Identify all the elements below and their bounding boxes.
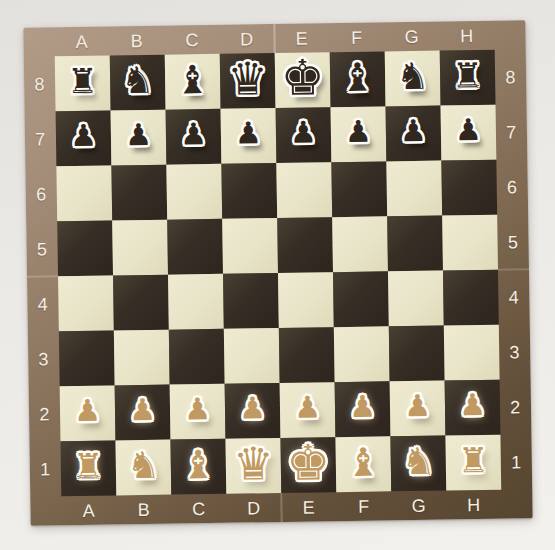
piece-black-pawn-e7[interactable]: ♟ bbox=[290, 117, 317, 147]
square-b8[interactable]: ♞ bbox=[110, 55, 166, 111]
square-c4[interactable] bbox=[168, 274, 224, 330]
square-a7[interactable]: ♟ bbox=[56, 110, 112, 166]
piece-black-pawn-f7[interactable]: ♟ bbox=[345, 117, 372, 147]
rank-label-right-2: 2 bbox=[500, 379, 532, 434]
square-h6[interactable] bbox=[441, 160, 497, 216]
square-d1[interactable]: ♛ bbox=[225, 438, 281, 494]
square-b4[interactable] bbox=[113, 275, 169, 331]
square-c6[interactable] bbox=[166, 164, 222, 220]
square-h2[interactable]: ♟ bbox=[445, 380, 501, 436]
square-g4[interactable] bbox=[388, 271, 444, 327]
piece-white-king-e1[interactable]: ♚ bbox=[286, 438, 331, 488]
square-g7[interactable]: ♟ bbox=[386, 106, 442, 162]
square-d6[interactable] bbox=[221, 163, 277, 219]
rank-label-left-3: 3 bbox=[28, 331, 60, 386]
square-c1[interactable]: ♝ bbox=[170, 439, 226, 495]
square-a3[interactable] bbox=[59, 330, 115, 386]
square-h4[interactable] bbox=[443, 270, 499, 326]
square-h5[interactable] bbox=[442, 215, 498, 271]
square-a8[interactable]: ♜ bbox=[55, 55, 111, 111]
chess-board: ABCDEFGH8♜♞♝♛♚♝♞♜87♟♟♟♟♟♟♟♟7665544332♟♟♟… bbox=[23, 20, 532, 525]
file-label-top-f: F bbox=[329, 22, 384, 52]
square-e2[interactable]: ♟ bbox=[280, 382, 336, 438]
piece-white-bishop-c1[interactable]: ♝ bbox=[181, 444, 217, 484]
square-e8[interactable]: ♚ bbox=[275, 52, 331, 108]
rank-label-left-6: 6 bbox=[25, 166, 57, 221]
square-e6[interactable] bbox=[276, 162, 332, 218]
square-b3[interactable] bbox=[114, 330, 170, 386]
piece-white-pawn-a2[interactable]: ♟ bbox=[74, 396, 101, 426]
piece-black-pawn-h7[interactable]: ♟ bbox=[455, 115, 482, 145]
file-label-bottom-a: A bbox=[61, 495, 116, 525]
square-d7[interactable]: ♟ bbox=[221, 108, 277, 164]
square-h3[interactable] bbox=[444, 325, 500, 381]
square-h1[interactable]: ♜ bbox=[445, 435, 501, 491]
piece-white-bishop-f1[interactable]: ♝ bbox=[346, 442, 382, 482]
piece-white-knight-b1[interactable]: ♞ bbox=[126, 446, 160, 483]
piece-white-pawn-h2[interactable]: ♟ bbox=[459, 390, 486, 420]
square-b5[interactable] bbox=[112, 220, 168, 276]
square-a1[interactable]: ♜ bbox=[60, 440, 116, 496]
file-label-bottom-b: B bbox=[116, 495, 171, 525]
file-label-bottom-g: G bbox=[391, 491, 446, 521]
square-f5[interactable] bbox=[332, 216, 388, 272]
piece-black-bishop-c8[interactable]: ♝ bbox=[175, 59, 211, 99]
piece-black-pawn-c7[interactable]: ♟ bbox=[180, 119, 207, 149]
square-e1[interactable]: ♚ bbox=[280, 437, 336, 493]
square-a5[interactable] bbox=[57, 220, 113, 276]
piece-black-king-e8[interactable]: ♚ bbox=[280, 53, 325, 103]
rank-label-left-5: 5 bbox=[26, 221, 58, 276]
square-e5[interactable] bbox=[277, 217, 333, 273]
border-corner-top-left bbox=[23, 27, 54, 56]
border-corner-bottom-right bbox=[501, 489, 532, 518]
square-a4[interactable] bbox=[58, 275, 114, 331]
square-g5[interactable] bbox=[387, 216, 443, 272]
file-label-top-c: C bbox=[164, 25, 219, 55]
rank-label-left-2: 2 bbox=[29, 386, 61, 441]
piece-black-bishop-f8[interactable]: ♝ bbox=[340, 57, 376, 97]
square-f6[interactable] bbox=[331, 161, 387, 217]
piece-black-knight-g8[interactable]: ♞ bbox=[396, 57, 430, 94]
square-f2[interactable]: ♟ bbox=[335, 381, 391, 437]
piece-white-pawn-d2[interactable]: ♟ bbox=[239, 393, 266, 423]
border-corner-bottom-left bbox=[30, 496, 61, 525]
square-f7[interactable]: ♟ bbox=[331, 106, 387, 162]
piece-black-rook-h8[interactable]: ♜ bbox=[452, 58, 483, 92]
square-c2[interactable]: ♟ bbox=[170, 384, 226, 440]
rank-label-left-8: 8 bbox=[24, 56, 56, 111]
square-c7[interactable]: ♟ bbox=[166, 109, 222, 165]
rank-label-right-3: 3 bbox=[499, 324, 531, 379]
rank-label-right-6: 6 bbox=[496, 159, 528, 214]
square-h7[interactable]: ♟ bbox=[441, 105, 497, 161]
file-label-top-b: B bbox=[109, 26, 164, 56]
rank-label-right-5: 5 bbox=[497, 214, 529, 269]
piece-black-rook-a8[interactable]: ♜ bbox=[67, 64, 98, 98]
rank-label-right-1: 1 bbox=[500, 434, 532, 489]
square-b7[interactable]: ♟ bbox=[111, 110, 167, 166]
file-label-top-a: A bbox=[54, 26, 109, 56]
piece-black-pawn-g7[interactable]: ♟ bbox=[400, 116, 427, 146]
piece-white-knight-g1[interactable]: ♞ bbox=[401, 442, 435, 479]
square-c8[interactable]: ♝ bbox=[165, 54, 221, 110]
square-e7[interactable]: ♟ bbox=[276, 107, 332, 163]
square-e4[interactable] bbox=[278, 272, 334, 328]
piece-white-pawn-b2[interactable]: ♟ bbox=[129, 395, 156, 425]
rank-label-left-7: 7 bbox=[25, 111, 57, 166]
piece-white-pawn-g2[interactable]: ♟ bbox=[404, 391, 431, 421]
piece-black-pawn-b7[interactable]: ♟ bbox=[125, 120, 152, 150]
square-g6[interactable] bbox=[386, 161, 442, 217]
square-d2[interactable]: ♟ bbox=[225, 383, 281, 439]
piece-white-pawn-c2[interactable]: ♟ bbox=[184, 394, 211, 424]
square-g3[interactable] bbox=[389, 326, 445, 382]
square-b2[interactable]: ♟ bbox=[115, 385, 171, 441]
rank-label-right-7: 7 bbox=[496, 104, 528, 159]
square-c5[interactable] bbox=[167, 219, 223, 275]
square-f3[interactable] bbox=[334, 326, 390, 382]
file-label-top-h: H bbox=[439, 21, 494, 51]
square-h8[interactable]: ♜ bbox=[440, 50, 496, 106]
piece-black-pawn-d7[interactable]: ♟ bbox=[235, 118, 262, 148]
square-g2[interactable]: ♟ bbox=[390, 381, 446, 437]
square-d5[interactable] bbox=[222, 218, 278, 274]
square-a6[interactable] bbox=[56, 165, 112, 221]
file-label-top-d: D bbox=[219, 24, 274, 54]
piece-black-knight-b8[interactable]: ♞ bbox=[121, 61, 155, 98]
piece-white-rook-h1[interactable]: ♜ bbox=[458, 443, 489, 477]
rank-label-right-4: 4 bbox=[498, 269, 530, 324]
file-label-bottom-c: C bbox=[171, 494, 226, 524]
rank-label-left-4: 4 bbox=[27, 276, 59, 331]
piece-white-queen-d1[interactable]: ♛ bbox=[233, 441, 274, 487]
square-d3[interactable] bbox=[224, 328, 280, 384]
square-g8[interactable]: ♞ bbox=[385, 51, 441, 107]
piece-black-pawn-a7[interactable]: ♟ bbox=[70, 121, 97, 151]
square-a2[interactable]: ♟ bbox=[60, 385, 116, 441]
file-label-bottom-e: E bbox=[281, 492, 336, 522]
rank-label-right-8: 8 bbox=[495, 49, 527, 104]
square-d8[interactable]: ♛ bbox=[220, 53, 276, 109]
square-c3[interactable] bbox=[169, 329, 225, 385]
square-b1[interactable]: ♞ bbox=[115, 440, 171, 496]
square-b6[interactable] bbox=[111, 165, 167, 221]
piece-black-queen-d8[interactable]: ♛ bbox=[227, 56, 268, 102]
piece-white-rook-a1[interactable]: ♜ bbox=[73, 449, 104, 483]
rank-label-left-1: 1 bbox=[29, 441, 61, 496]
square-d4[interactable] bbox=[223, 273, 279, 329]
border-corner-top-right bbox=[494, 20, 525, 49]
file-label-top-g: G bbox=[384, 22, 439, 52]
square-e3[interactable] bbox=[279, 327, 335, 383]
file-label-bottom-h: H bbox=[446, 490, 501, 520]
file-label-bottom-d: D bbox=[226, 493, 281, 523]
square-g1[interactable]: ♞ bbox=[390, 436, 446, 492]
piece-white-pawn-e2[interactable]: ♟ bbox=[294, 392, 321, 422]
square-f8[interactable]: ♝ bbox=[330, 51, 386, 107]
square-f1[interactable]: ♝ bbox=[335, 436, 391, 492]
piece-white-pawn-f2[interactable]: ♟ bbox=[349, 392, 376, 422]
square-f4[interactable] bbox=[333, 271, 389, 327]
file-label-bottom-f: F bbox=[336, 491, 391, 521]
